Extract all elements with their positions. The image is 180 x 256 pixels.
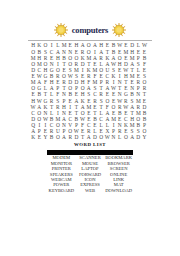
word-item: DOWNLOAD xyxy=(104,188,133,193)
sun-icon xyxy=(54,23,68,37)
word-list-header-bar xyxy=(47,150,133,155)
page-title: computers xyxy=(72,26,108,35)
header-divider xyxy=(28,40,152,41)
word-search-grid: HKOILMEHAOAHEBWEDLWOBSCANNEROIATBEMHEEMH… xyxy=(30,43,148,141)
worksheet-page: computers HKOILMEHAOAHEBWEDLWOBSCANNEROI… xyxy=(0,0,180,256)
grid-cell: Y xyxy=(141,135,147,141)
sun-icon xyxy=(112,23,126,37)
word-item: KEYBOARD xyxy=(47,188,76,193)
word-list: MODEMSCANNERBOOKMARKMONITORMOUSEBROWSERP… xyxy=(47,156,133,194)
word-list-title: WORD LIST xyxy=(0,143,180,148)
word-item: WEB xyxy=(76,188,105,193)
header: computers xyxy=(0,22,180,38)
